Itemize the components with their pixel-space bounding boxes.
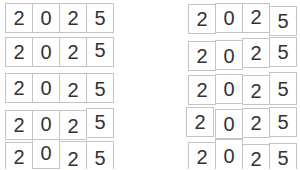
tile-digit: 2 <box>67 145 78 169</box>
digit-tile[interactable]: 0 <box>215 40 243 70</box>
tile-digit: 2 <box>13 4 24 32</box>
digit-tile[interactable]: 2 <box>59 141 87 169</box>
tile-digit: 5 <box>94 144 105 169</box>
tile-digit: 0 <box>223 42 234 70</box>
tile-row: 2 0 2 5 <box>188 39 296 69</box>
digit-tile[interactable]: 2 <box>242 38 270 68</box>
tile-digit: 2 <box>196 143 207 169</box>
tile-digit: 5 <box>277 75 288 103</box>
tile-digit: 2 <box>196 42 207 70</box>
digit-tile[interactable]: 5 <box>86 73 114 103</box>
digit-tile[interactable]: 0 <box>215 74 243 104</box>
tile-digit: 5 <box>277 144 288 169</box>
digit-tile[interactable]: 2 <box>59 110 87 140</box>
tile-row: 2 0 2 5 <box>188 74 296 107</box>
tile-digit: 2 <box>13 111 24 139</box>
tile-digit: 0 <box>223 75 234 103</box>
digit-tile[interactable]: 2 <box>186 107 214 137</box>
tile-row: 2 0 2 5 <box>5 73 113 103</box>
tile-digit: 5 <box>277 38 288 66</box>
digit-tile[interactable]: 5 <box>269 72 297 105</box>
tile-digit: 0 <box>40 38 51 66</box>
digit-tile[interactable]: 0 <box>215 109 243 139</box>
tile-board: 2 0 2 5 2 0 2 5 2 0 2 5 2 0 2 5 2 0 2 5 <box>0 0 300 169</box>
tile-row: 2 0 2 5 <box>188 141 296 169</box>
digit-tile[interactable]: 5 <box>269 143 297 169</box>
tile-digit: 2 <box>250 39 261 67</box>
digit-tile[interactable]: 2 <box>59 37 87 67</box>
tile-digit: 2 <box>250 3 261 31</box>
digit-tile[interactable]: 2 <box>5 110 33 140</box>
digit-tile[interactable]: 5 <box>86 141 114 169</box>
tile-digit: 2 <box>196 76 207 104</box>
tile-digit: 5 <box>94 4 105 32</box>
tile-digit: 2 <box>250 109 261 137</box>
tile-digit: 0 <box>40 110 51 138</box>
tile-row: 2 0 2 5 <box>5 141 113 169</box>
tile-digit: 2 <box>67 38 78 66</box>
digit-tile[interactable]: 2 <box>5 142 33 169</box>
tile-digit: 2 <box>13 143 24 169</box>
tile-digit: 2 <box>67 112 78 140</box>
digit-tile[interactable]: 2 <box>188 75 216 105</box>
digit-tile[interactable]: 5 <box>86 37 114 67</box>
digit-tile[interactable]: 0 <box>32 3 60 33</box>
tile-digit: 5 <box>94 36 105 64</box>
tile-row: 2 0 2 5 <box>5 3 113 33</box>
tile-digit: 0 <box>40 139 51 167</box>
digit-tile[interactable]: 0 <box>32 110 60 140</box>
digit-tile[interactable]: 2 <box>242 3 270 33</box>
digit-tile[interactable]: 0 <box>32 37 60 67</box>
tile-digit: 5 <box>94 108 105 136</box>
digit-tile[interactable]: 2 <box>5 3 33 33</box>
digit-tile[interactable]: 5 <box>269 6 297 36</box>
tile-digit: 2 <box>250 145 261 169</box>
tile-digit: 0 <box>223 142 234 170</box>
digit-tile[interactable]: 2 <box>5 73 33 103</box>
digit-tile[interactable]: 2 <box>188 41 216 71</box>
tile-digit: 5 <box>94 75 105 103</box>
digit-tile[interactable]: 0 <box>32 139 60 169</box>
tile-row: 2 0 2 5 <box>188 3 296 33</box>
digit-tile[interactable]: 2 <box>242 144 270 169</box>
tile-digit: 0 <box>223 4 234 32</box>
digit-tile[interactable]: 5 <box>269 37 297 67</box>
tile-digit: 2 <box>194 108 205 136</box>
digit-tile[interactable]: 0 <box>32 73 60 103</box>
tile-row: 2 0 2 5 <box>188 108 296 138</box>
tile-digit: 0 <box>40 74 51 102</box>
tile-row: 2 0 2 5 <box>5 110 113 140</box>
digit-tile[interactable]: 2 <box>59 73 87 103</box>
tile-row: 2 0 2 5 <box>5 37 113 67</box>
digit-tile[interactable]: 2 <box>242 108 270 138</box>
tile-digit: 5 <box>277 7 288 35</box>
tile-digit: 2 <box>13 38 24 66</box>
digit-tile[interactable]: 0 <box>215 3 243 33</box>
tile-digit: 5 <box>277 108 288 136</box>
tile-digit: 2 <box>13 74 24 102</box>
tile-digit: 0 <box>40 4 51 32</box>
tile-digit: 0 <box>223 110 234 138</box>
digit-tile[interactable]: 2 <box>242 75 270 105</box>
digit-tile[interactable]: 2 <box>188 142 216 169</box>
digit-tile[interactable]: 2 <box>59 3 87 33</box>
tile-digit: 2 <box>196 5 207 33</box>
tile-digit: 2 <box>67 4 78 32</box>
digit-tile[interactable]: 5 <box>86 108 114 138</box>
digit-tile[interactable]: 2 <box>188 4 216 34</box>
digit-tile[interactable]: 2 <box>5 37 33 67</box>
digit-tile[interactable]: 5 <box>86 3 114 33</box>
digit-tile[interactable]: 0 <box>215 139 243 169</box>
tile-digit: 2 <box>67 76 78 104</box>
digit-tile[interactable]: 5 <box>269 107 297 137</box>
tile-digit: 2 <box>250 77 261 105</box>
